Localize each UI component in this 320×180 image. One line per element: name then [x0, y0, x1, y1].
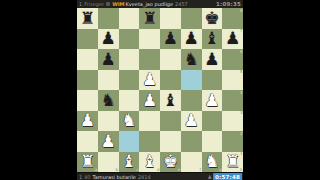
black-bishop: ♝: [160, 90, 181, 111]
square-h4[interactable]: 4: [222, 90, 243, 111]
top-player-name[interactable]: Kveeta_jao pudlige: [126, 0, 174, 8]
square-e8[interactable]: [160, 8, 181, 29]
square-d8[interactable]: ♜: [139, 8, 160, 29]
square-c8[interactable]: [119, 8, 140, 29]
square-h3[interactable]: 3: [222, 111, 243, 132]
coordinate-rank-6: 6: [240, 50, 243, 54]
square-h8[interactable]: 8: [222, 8, 243, 29]
square-d2[interactable]: [139, 131, 160, 152]
top-player-clock: 1:09:35: [214, 0, 243, 8]
square-g1[interactable]: ♞g: [202, 152, 223, 173]
square-b8[interactable]: [98, 8, 119, 29]
white-pawn: ♟: [139, 70, 160, 91]
chess-tv-panel: 1 Friseger WIM Kveeta_jao pudlige 2457 1…: [77, 0, 243, 180]
square-b7[interactable]: ♟: [98, 29, 119, 50]
square-c7[interactable]: [119, 29, 140, 50]
white-pawn: ♟: [181, 111, 202, 132]
camera-icon: [106, 2, 110, 6]
square-f6[interactable]: ♞: [181, 49, 202, 70]
video-frame: 1 Friseger WIM Kveeta_jao pudlige 2457 1…: [0, 0, 320, 180]
black-rook: ♜: [139, 8, 160, 29]
square-b2[interactable]: ♟: [98, 131, 119, 152]
square-f2[interactable]: [181, 131, 202, 152]
square-b6[interactable]: ♟: [98, 49, 119, 70]
black-pawn: ♟: [160, 29, 181, 50]
black-pawn: ♟: [222, 29, 243, 50]
coordinate-rank-2: 2: [240, 132, 243, 136]
board-number-bottom: 1: [79, 173, 82, 180]
square-c1[interactable]: ♝c: [119, 152, 140, 173]
square-f4[interactable]: [181, 90, 202, 111]
black-knight: ♞: [181, 49, 202, 70]
square-e7[interactable]: ♟: [160, 29, 181, 50]
coordinate-rank-1: 1: [240, 152, 243, 156]
black-king: ♚: [202, 8, 223, 29]
square-f5[interactable]: [181, 70, 202, 91]
chess-board: ♜♜♚8♟♟♟♝♟7♟♞♟6♟5♞♟♝♟4♟♞♟3♟2♜ab♝c♝d♚ef♞g♜…: [77, 8, 243, 172]
square-h1[interactable]: ♜1h: [222, 152, 243, 173]
black-pawn: ♟: [202, 49, 223, 70]
square-c3[interactable]: ♞: [119, 111, 140, 132]
square-g8[interactable]: ♚: [202, 8, 223, 29]
player-title-top: WIM: [112, 0, 124, 8]
square-d6[interactable]: [139, 49, 160, 70]
square-a6[interactable]: [77, 49, 98, 70]
white-pawn: ♟: [139, 90, 160, 111]
square-d5[interactable]: ♟: [139, 70, 160, 91]
square-a4[interactable]: [77, 90, 98, 111]
white-pawn: ♟: [98, 131, 119, 152]
black-rook: ♜: [77, 8, 98, 29]
coordinate-rank-8: 8: [240, 9, 243, 13]
coordinate-rank-5: 5: [240, 70, 243, 74]
square-a1[interactable]: ♜a: [77, 152, 98, 173]
square-g6[interactable]: ♟: [202, 49, 223, 70]
square-d4[interactable]: ♟: [139, 90, 160, 111]
top-player-rating: 2457: [175, 0, 188, 8]
white-rook: ♜: [222, 152, 243, 173]
square-c2[interactable]: [119, 131, 140, 152]
square-f3[interactable]: ♟: [181, 111, 202, 132]
square-e4[interactable]: ♝: [160, 90, 181, 111]
coordinate-rank-7: 7: [240, 29, 243, 33]
square-b3[interactable]: [98, 111, 119, 132]
square-f7[interactable]: ♟: [181, 29, 202, 50]
square-b5[interactable]: [98, 70, 119, 91]
bottom-player-rating: 2414: [138, 173, 151, 180]
square-g2[interactable]: [202, 131, 223, 152]
black-knight: ♞: [98, 90, 119, 111]
coordinate-rank-3: 3: [240, 111, 243, 115]
square-g3[interactable]: [202, 111, 223, 132]
square-a8[interactable]: ♜: [77, 8, 98, 29]
square-g4[interactable]: ♟: [202, 90, 223, 111]
bottom-player-bar: 1 40 Tamurasi butarile 2414 ♙ 0:57:48: [77, 172, 243, 180]
square-e5[interactable]: [160, 70, 181, 91]
square-d7[interactable]: [139, 29, 160, 50]
black-pawn: ♟: [181, 29, 202, 50]
square-e2[interactable]: [160, 131, 181, 152]
square-a2[interactable]: [77, 131, 98, 152]
square-h2[interactable]: 2: [222, 131, 243, 152]
white-rook: ♜: [77, 152, 98, 173]
square-e6[interactable]: [160, 49, 181, 70]
white-knight: ♞: [119, 111, 140, 132]
board-number-top: 1: [79, 0, 82, 8]
white-knight: ♞: [202, 152, 223, 173]
bottom-player-name[interactable]: Tamurasi butarile: [93, 173, 136, 180]
white-bishop: ♝: [119, 152, 140, 173]
black-bishop: ♝: [202, 29, 223, 50]
square-d1[interactable]: ♝d: [139, 152, 160, 173]
white-king: ♚: [160, 152, 181, 173]
square-b4[interactable]: ♞: [98, 90, 119, 111]
event-label: Friseger: [84, 0, 104, 8]
white-pawn: ♟: [202, 90, 223, 111]
square-d3[interactable]: [139, 111, 160, 132]
square-c4[interactable]: [119, 90, 140, 111]
square-h6[interactable]: 6: [222, 49, 243, 70]
black-pawn: ♟: [98, 49, 119, 70]
bottom-player-clock-active: 0:57:48: [213, 173, 242, 180]
coordinate-rank-4: 4: [240, 91, 243, 95]
white-pawn: ♟: [77, 111, 98, 132]
square-h5[interactable]: 5: [222, 70, 243, 91]
square-b1[interactable]: b: [98, 152, 119, 173]
square-e3[interactable]: [160, 111, 181, 132]
black-pawn: ♟: [98, 29, 119, 50]
square-e1[interactable]: ♚e: [160, 152, 181, 173]
square-a5[interactable]: [77, 70, 98, 91]
square-f1[interactable]: f: [181, 152, 202, 173]
square-a3[interactable]: ♟: [77, 111, 98, 132]
coordinate-file-h: h: [240, 168, 243, 172]
white-bishop: ♝: [139, 152, 160, 173]
square-g5[interactable]: [202, 70, 223, 91]
square-a7[interactable]: [77, 29, 98, 50]
square-c5[interactable]: [119, 70, 140, 91]
square-c6[interactable]: [119, 49, 140, 70]
square-h7[interactable]: ♟7: [222, 29, 243, 50]
move-prefix: 40: [84, 173, 90, 180]
square-g7[interactable]: ♝: [202, 29, 223, 50]
white-pawn-icon: ♙: [208, 173, 212, 180]
square-f8[interactable]: [181, 8, 202, 29]
